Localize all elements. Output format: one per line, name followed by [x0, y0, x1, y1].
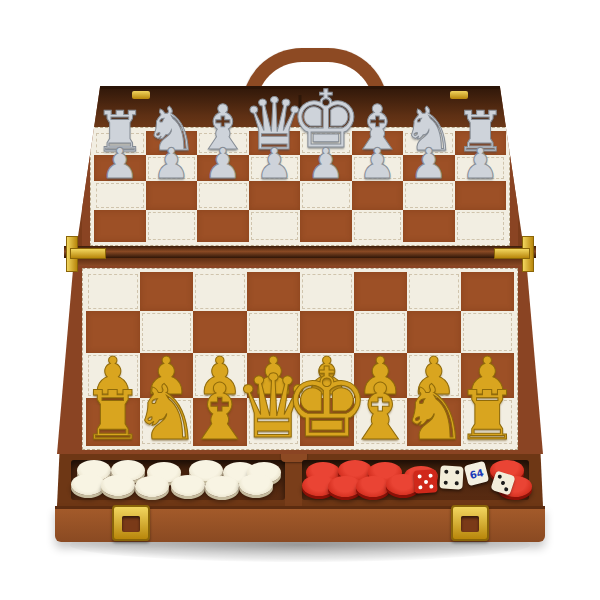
chessboard-far-mat: ♜♞♝♛♚♝♞♜♟♟♟♟♟♟♟♟	[90, 127, 510, 246]
square-h1[interactable]: ♜	[461, 398, 515, 446]
die-pip	[430, 485, 434, 489]
square-c5[interactable]	[197, 210, 249, 242]
accessory-tray: 64	[57, 454, 543, 506]
latch-left-icon	[112, 505, 150, 541]
piece-gold-rook[interactable]: ♜	[457, 384, 518, 449]
square-h7[interactable]: ♟	[455, 155, 507, 181]
piece-silver-pawn[interactable]: ♟	[204, 144, 242, 184]
tray-ivory-checkers	[71, 460, 285, 500]
square-f4[interactable]	[354, 272, 408, 311]
piece-silver-pawn[interactable]: ♟	[358, 144, 396, 184]
checker-red	[356, 476, 390, 497]
latch-right-icon	[451, 505, 489, 541]
square-g4[interactable]	[407, 272, 461, 311]
doubling-cube-icon: 64	[464, 461, 489, 486]
die-pip	[444, 480, 448, 484]
die-pip	[500, 480, 505, 485]
hinge-left-icon	[66, 240, 106, 266]
square-c7[interactable]: ♟	[197, 155, 249, 181]
chessboard-near-frame: ♟♟♟♟♟♟♟♟♜♞♝♛♚♝♞♜	[74, 266, 526, 454]
square-e5[interactable]	[300, 210, 352, 242]
square-g7[interactable]: ♟	[403, 155, 455, 181]
square-g1[interactable]: ♞	[407, 398, 461, 446]
doubling-cube-value: 64	[468, 466, 484, 480]
chess-briefcase-photo: ♜♞♝♛♚♝♞♜♟♟♟♟♟♟♟♟ ♟♟♟♟♟♟♟♟♜♞♝♛♚♝♞♜ 64	[0, 0, 600, 600]
die-pip	[423, 479, 427, 483]
square-a7[interactable]: ♟	[94, 155, 146, 181]
piece-silver-pawn[interactable]: ♟	[255, 144, 293, 184]
checker-ivory	[135, 476, 169, 497]
piece-silver-pawn[interactable]: ♟	[101, 144, 139, 184]
die-pip	[418, 486, 422, 490]
checker-ivory	[205, 476, 239, 497]
square-b4[interactable]	[140, 272, 194, 311]
die-pip	[445, 470, 449, 474]
checker-ivory	[101, 475, 135, 496]
die-pip	[429, 473, 433, 477]
ivory-die-icon	[439, 465, 463, 489]
square-d4[interactable]	[247, 272, 301, 311]
case-top-half: ♜♞♝♛♚♝♞♜♟♟♟♟♟♟♟♟	[76, 86, 524, 250]
die-pip	[454, 481, 458, 485]
checker-ivory	[171, 475, 205, 496]
square-g5[interactable]	[403, 210, 455, 242]
hinge-fold	[64, 246, 536, 258]
square-c4[interactable]	[193, 272, 247, 311]
square-e7[interactable]: ♟	[300, 155, 352, 181]
fold-lip	[57, 258, 543, 266]
square-h5[interactable]	[455, 210, 507, 242]
die-pip	[417, 474, 421, 478]
square-e4[interactable]	[300, 272, 354, 311]
chessboard-near-mat: ♟♟♟♟♟♟♟♟♜♞♝♛♚♝♞♜	[82, 268, 518, 450]
square-a4[interactable]	[86, 272, 140, 311]
die-pip	[455, 471, 459, 475]
piece-silver-pawn[interactable]: ♟	[410, 144, 448, 184]
hinge-right-icon	[494, 240, 534, 266]
square-d5[interactable]	[249, 210, 301, 242]
checker-ivory	[239, 474, 273, 495]
square-h4[interactable]	[461, 272, 515, 311]
square-b5[interactable]	[146, 210, 198, 242]
piece-silver-pawn[interactable]: ♟	[461, 144, 499, 184]
tray-divider	[285, 454, 302, 506]
chessboard-far-half: ♜♞♝♛♚♝♞♜♟♟♟♟♟♟♟♟	[94, 131, 506, 242]
die-pip	[504, 487, 509, 492]
square-f5[interactable]	[352, 210, 404, 242]
red-die-icon	[413, 469, 438, 494]
case-front-panel	[55, 506, 545, 542]
tray-red-checkers-and-dice: 64	[302, 460, 529, 500]
square-d7[interactable]: ♟	[249, 155, 301, 181]
checker-ivory	[71, 474, 105, 495]
chessboard-far-frame: ♜♞♝♛♚♝♞♜♟♟♟♟♟♟♟♟	[82, 127, 518, 250]
square-a5[interactable]	[94, 210, 146, 242]
case-bottom-half: ♟♟♟♟♟♟♟♟♜♞♝♛♚♝♞♜	[57, 258, 543, 454]
die-pip	[497, 474, 502, 479]
piece-silver-pawn[interactable]: ♟	[307, 144, 345, 184]
square-f7[interactable]: ♟	[352, 155, 404, 181]
chessboard-near-half: ♟♟♟♟♟♟♟♟♜♞♝♛♚♝♞♜	[86, 272, 514, 446]
piece-silver-pawn[interactable]: ♟	[152, 144, 190, 184]
square-b7[interactable]: ♟	[146, 155, 198, 181]
